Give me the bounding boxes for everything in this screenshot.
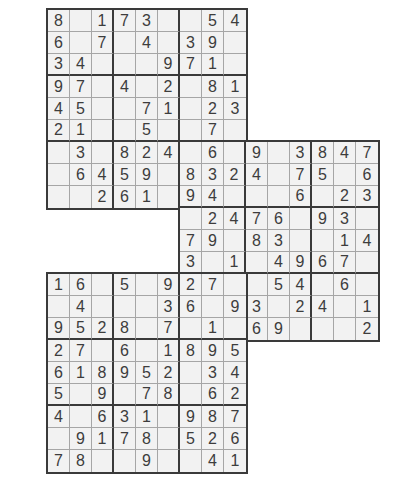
given-digit-cell[interactable]: 6 — [114, 186, 136, 208]
given-digit-cell[interactable]: 1 — [70, 120, 92, 142]
given-digit-cell[interactable]: 2 — [92, 186, 114, 208]
given-digit-cell[interactable]: 9 — [180, 406, 202, 428]
empty-cell[interactable] — [202, 296, 224, 318]
given-digit-cell[interactable]: 6 — [92, 406, 114, 428]
given-digit-cell[interactable]: 7 — [70, 340, 92, 362]
given-digit-cell[interactable]: 7 — [224, 406, 246, 428]
empty-cell[interactable] — [268, 186, 290, 208]
given-digit-cell[interactable]: 6 — [70, 164, 92, 186]
given-digit-cell[interactable]: 6 — [246, 318, 268, 340]
empty-cell[interactable] — [158, 406, 180, 428]
empty-cell[interactable] — [246, 186, 268, 208]
given-digit-cell[interactable]: 4 — [268, 252, 290, 274]
given-digit-cell[interactable]: 1 — [136, 186, 158, 208]
given-digit-cell[interactable]: 4 — [312, 296, 334, 318]
given-digit-cell[interactable]: 5 — [224, 340, 246, 362]
empty-cell[interactable] — [268, 296, 290, 318]
given-digit-cell[interactable]: 8 — [180, 340, 202, 362]
given-digit-cell[interactable]: 3 — [158, 296, 180, 318]
empty-cell[interactable] — [180, 98, 202, 120]
given-digit-cell[interactable]: 9 — [48, 76, 70, 98]
given-digit-cell[interactable]: 8 — [312, 142, 334, 164]
empty-cell[interactable] — [158, 164, 180, 186]
given-digit-cell[interactable]: 2 — [48, 340, 70, 362]
empty-cell[interactable] — [48, 428, 70, 450]
given-digit-cell[interactable]: 3 — [224, 98, 246, 120]
empty-cell[interactable] — [92, 120, 114, 142]
empty-cell[interactable] — [334, 164, 356, 186]
empty-cell[interactable] — [180, 450, 202, 472]
given-digit-cell[interactable]: 9 — [312, 208, 334, 230]
given-digit-cell[interactable]: 9 — [180, 186, 202, 208]
empty-cell[interactable] — [334, 318, 356, 340]
empty-cell[interactable] — [158, 186, 180, 208]
sudoku-grid-bottom: 1659274369952871276189561895234597862463… — [46, 272, 248, 474]
empty-cell[interactable] — [70, 186, 92, 208]
given-digit-cell[interactable]: 1 — [202, 54, 224, 76]
given-digit-cell[interactable]: 7 — [334, 252, 356, 274]
empty-cell[interactable] — [224, 54, 246, 76]
given-digit-cell[interactable]: 9 — [158, 54, 180, 76]
empty-cell[interactable] — [224, 274, 246, 296]
empty-cell[interactable] — [136, 76, 158, 98]
empty-cell[interactable] — [70, 406, 92, 428]
given-digit-cell[interactable]: 3 — [202, 164, 224, 186]
empty-cell[interactable] — [114, 450, 136, 472]
empty-cell[interactable] — [136, 318, 158, 340]
empty-cell[interactable] — [180, 10, 202, 32]
given-digit-cell[interactable]: 6 — [290, 186, 312, 208]
given-digit-cell[interactable]: 7 — [114, 428, 136, 450]
given-digit-cell[interactable]: 5 — [202, 10, 224, 32]
given-digit-cell[interactable]: 9 — [246, 142, 268, 164]
given-digit-cell[interactable]: 4 — [224, 10, 246, 32]
given-digit-cell[interactable]: 7 — [202, 274, 224, 296]
given-digit-cell[interactable]: 4 — [92, 164, 114, 186]
given-digit-cell[interactable]: 1 — [92, 428, 114, 450]
empty-cell[interactable] — [92, 450, 114, 472]
given-digit-cell[interactable]: 6 — [356, 164, 378, 186]
empty-cell[interactable] — [224, 230, 246, 252]
given-digit-cell[interactable]: 2 — [180, 274, 202, 296]
empty-cell[interactable] — [70, 10, 92, 32]
empty-cell[interactable] — [92, 76, 114, 98]
empty-cell[interactable] — [92, 274, 114, 296]
given-digit-cell[interactable]: 7 — [202, 120, 224, 142]
empty-cell[interactable] — [114, 54, 136, 76]
given-digit-cell[interactable]: 4 — [334, 142, 356, 164]
given-digit-cell[interactable]: 1 — [136, 406, 158, 428]
given-digit-cell[interactable]: 2 — [202, 98, 224, 120]
empty-cell[interactable] — [246, 274, 268, 296]
given-digit-cell[interactable]: 7 — [180, 54, 202, 76]
given-digit-cell[interactable]: 7 — [136, 384, 158, 406]
empty-cell[interactable] — [114, 120, 136, 142]
given-digit-cell[interactable]: 3 — [202, 362, 224, 384]
given-digit-cell[interactable]: 4 — [70, 54, 92, 76]
given-digit-cell[interactable]: 3 — [334, 208, 356, 230]
given-digit-cell[interactable]: 1 — [334, 230, 356, 252]
given-digit-cell[interactable]: 9 — [290, 252, 312, 274]
given-digit-cell[interactable]: 5 — [312, 164, 334, 186]
given-digit-cell[interactable]: 8 — [70, 450, 92, 472]
empty-cell[interactable] — [268, 142, 290, 164]
empty-cell[interactable] — [158, 32, 180, 54]
empty-cell[interactable] — [224, 120, 246, 142]
given-digit-cell[interactable]: 6 — [180, 296, 202, 318]
given-digit-cell[interactable]: 8 — [202, 406, 224, 428]
empty-cell[interactable] — [92, 142, 114, 164]
empty-cell[interactable] — [158, 120, 180, 142]
given-digit-cell[interactable]: 7 — [136, 98, 158, 120]
given-digit-cell[interactable]: 1 — [158, 98, 180, 120]
given-digit-cell[interactable]: 9 — [48, 318, 70, 340]
given-digit-cell[interactable]: 3 — [268, 230, 290, 252]
empty-cell[interactable] — [356, 208, 378, 230]
empty-cell[interactable] — [180, 318, 202, 340]
given-digit-cell[interactable]: 4 — [136, 32, 158, 54]
given-digit-cell[interactable]: 4 — [48, 406, 70, 428]
given-digit-cell[interactable]: 1 — [356, 296, 378, 318]
given-digit-cell[interactable]: 9 — [202, 230, 224, 252]
empty-cell[interactable] — [114, 98, 136, 120]
given-digit-cell[interactable]: 2 — [48, 120, 70, 142]
given-digit-cell[interactable]: 9 — [268, 318, 290, 340]
empty-cell[interactable] — [312, 274, 334, 296]
empty-cell[interactable] — [158, 428, 180, 450]
given-digit-cell[interactable]: 4 — [224, 362, 246, 384]
empty-cell[interactable] — [48, 186, 70, 208]
given-digit-cell[interactable]: 7 — [114, 10, 136, 32]
empty-cell[interactable] — [158, 450, 180, 472]
given-digit-cell[interactable]: 5 — [48, 384, 70, 406]
given-digit-cell[interactable]: 2 — [202, 428, 224, 450]
empty-cell[interactable] — [48, 164, 70, 186]
empty-cell[interactable] — [92, 340, 114, 362]
given-digit-cell[interactable]: 3 — [48, 54, 70, 76]
given-digit-cell[interactable]: 5 — [136, 362, 158, 384]
given-digit-cell[interactable]: 9 — [92, 384, 114, 406]
given-digit-cell[interactable]: 7 — [246, 208, 268, 230]
given-digit-cell[interactable]: 5 — [136, 120, 158, 142]
given-digit-cell[interactable]: 6 — [48, 362, 70, 384]
given-digit-cell[interactable]: 1 — [92, 10, 114, 32]
given-digit-cell[interactable]: 4 — [356, 230, 378, 252]
empty-cell[interactable] — [180, 384, 202, 406]
given-digit-cell[interactable]: 4 — [158, 142, 180, 164]
given-digit-cell[interactable]: 1 — [224, 76, 246, 98]
given-digit-cell[interactable]: 3 — [246, 296, 268, 318]
samurai-sudoku-board: 8173546743934971974281457123215738246645… — [0, 0, 400, 479]
given-digit-cell[interactable]: 4 — [70, 296, 92, 318]
given-digit-cell[interactable]: 5 — [180, 428, 202, 450]
given-digit-cell[interactable]: 1 — [224, 252, 246, 274]
given-digit-cell[interactable]: 1 — [224, 450, 246, 472]
given-digit-cell[interactable]: 9 — [202, 32, 224, 54]
given-digit-cell[interactable]: 2 — [334, 186, 356, 208]
empty-cell[interactable] — [180, 76, 202, 98]
empty-cell[interactable] — [92, 98, 114, 120]
empty-cell[interactable] — [356, 252, 378, 274]
given-digit-cell[interactable]: 2 — [224, 164, 246, 186]
empty-cell[interactable] — [136, 296, 158, 318]
given-digit-cell[interactable]: 2 — [224, 384, 246, 406]
empty-cell[interactable] — [114, 32, 136, 54]
given-digit-cell[interactable]: 2 — [290, 296, 312, 318]
given-digit-cell[interactable]: 4 — [246, 164, 268, 186]
empty-cell[interactable] — [224, 318, 246, 340]
given-digit-cell[interactable]: 6 — [114, 340, 136, 362]
empty-cell[interactable] — [136, 54, 158, 76]
given-digit-cell[interactable]: 7 — [180, 230, 202, 252]
given-digit-cell[interactable]: 9 — [202, 340, 224, 362]
given-digit-cell[interactable]: 3 — [136, 10, 158, 32]
empty-cell[interactable] — [70, 384, 92, 406]
empty-cell[interactable] — [180, 142, 202, 164]
empty-cell[interactable] — [312, 318, 334, 340]
empty-cell[interactable] — [224, 142, 246, 164]
given-digit-cell[interactable]: 3 — [290, 142, 312, 164]
given-digit-cell[interactable]: 8 — [246, 230, 268, 252]
given-digit-cell[interactable]: 6 — [48, 32, 70, 54]
given-digit-cell[interactable]: 3 — [180, 32, 202, 54]
given-digit-cell[interactable]: 4 — [48, 98, 70, 120]
given-digit-cell[interactable]: 2 — [158, 362, 180, 384]
empty-cell[interactable] — [136, 340, 158, 362]
given-digit-cell[interactable]: 7 — [290, 164, 312, 186]
given-digit-cell[interactable]: 8 — [92, 362, 114, 384]
empty-cell[interactable] — [202, 252, 224, 274]
given-digit-cell[interactable]: 8 — [48, 10, 70, 32]
given-digit-cell[interactable]: 4 — [202, 450, 224, 472]
given-digit-cell[interactable]: 8 — [114, 318, 136, 340]
given-digit-cell[interactable]: 8 — [136, 428, 158, 450]
given-digit-cell[interactable]: 2 — [202, 208, 224, 230]
given-digit-cell[interactable]: 6 — [202, 384, 224, 406]
empty-cell[interactable] — [312, 186, 334, 208]
empty-cell[interactable] — [356, 274, 378, 296]
empty-cell[interactable] — [180, 362, 202, 384]
given-digit-cell[interactable]: 5 — [70, 318, 92, 340]
given-digit-cell[interactable]: 4 — [290, 274, 312, 296]
given-digit-cell[interactable]: 9 — [136, 450, 158, 472]
given-digit-cell[interactable]: 1 — [70, 362, 92, 384]
given-digit-cell[interactable]: 2 — [158, 76, 180, 98]
given-digit-cell[interactable]: 5 — [70, 98, 92, 120]
given-digit-cell[interactable]: 6 — [70, 274, 92, 296]
given-digit-cell[interactable]: 7 — [70, 76, 92, 98]
given-digit-cell[interactable]: 7 — [92, 32, 114, 54]
given-digit-cell[interactable]: 2 — [92, 318, 114, 340]
empty-cell[interactable] — [290, 208, 312, 230]
empty-cell[interactable] — [180, 208, 202, 230]
given-digit-cell[interactable]: 1 — [202, 318, 224, 340]
given-digit-cell[interactable]: 6 — [224, 428, 246, 450]
given-digit-cell[interactable]: 3 — [114, 406, 136, 428]
given-digit-cell[interactable]: 8 — [114, 142, 136, 164]
given-digit-cell[interactable]: 1 — [48, 274, 70, 296]
empty-cell[interactable] — [334, 296, 356, 318]
given-digit-cell[interactable]: 6 — [334, 274, 356, 296]
given-digit-cell[interactable]: 9 — [224, 296, 246, 318]
given-digit-cell[interactable]: 2 — [136, 142, 158, 164]
given-digit-cell[interactable]: 7 — [356, 142, 378, 164]
given-digit-cell[interactable]: 4 — [202, 186, 224, 208]
empty-cell[interactable] — [136, 274, 158, 296]
given-digit-cell[interactable]: 9 — [136, 164, 158, 186]
empty-cell[interactable] — [48, 296, 70, 318]
empty-cell[interactable] — [114, 296, 136, 318]
given-digit-cell[interactable]: 9 — [70, 428, 92, 450]
given-digit-cell[interactable]: 7 — [48, 450, 70, 472]
empty-cell[interactable] — [224, 186, 246, 208]
given-digit-cell[interactable]: 3 — [70, 142, 92, 164]
given-digit-cell[interactable]: 8 — [202, 76, 224, 98]
given-digit-cell[interactable]: 4 — [114, 76, 136, 98]
given-digit-cell[interactable]: 5 — [268, 274, 290, 296]
given-digit-cell[interactable]: 8 — [180, 164, 202, 186]
given-digit-cell[interactable]: 5 — [114, 164, 136, 186]
given-digit-cell[interactable]: 3 — [356, 186, 378, 208]
empty-cell[interactable] — [180, 120, 202, 142]
empty-cell[interactable] — [92, 54, 114, 76]
given-digit-cell[interactable]: 9 — [158, 274, 180, 296]
empty-cell[interactable] — [224, 32, 246, 54]
empty-cell[interactable] — [114, 384, 136, 406]
empty-cell[interactable] — [290, 318, 312, 340]
given-digit-cell[interactable]: 7 — [158, 318, 180, 340]
empty-cell[interactable] — [312, 230, 334, 252]
given-digit-cell[interactable]: 2 — [356, 318, 378, 340]
given-digit-cell[interactable]: 6 — [268, 208, 290, 230]
given-digit-cell[interactable]: 3 — [180, 252, 202, 274]
given-digit-cell[interactable]: 9 — [114, 362, 136, 384]
empty-cell[interactable] — [246, 252, 268, 274]
given-digit-cell[interactable]: 1 — [158, 340, 180, 362]
empty-cell[interactable] — [70, 32, 92, 54]
empty-cell[interactable] — [158, 10, 180, 32]
empty-cell[interactable] — [92, 296, 114, 318]
given-digit-cell[interactable]: 8 — [158, 384, 180, 406]
given-digit-cell[interactable]: 4 — [224, 208, 246, 230]
given-digit-cell[interactable]: 6 — [312, 252, 334, 274]
given-digit-cell[interactable]: 6 — [202, 142, 224, 164]
empty-cell[interactable] — [268, 164, 290, 186]
empty-cell[interactable] — [290, 230, 312, 252]
given-digit-cell[interactable]: 5 — [114, 274, 136, 296]
empty-cell[interactable] — [48, 142, 70, 164]
